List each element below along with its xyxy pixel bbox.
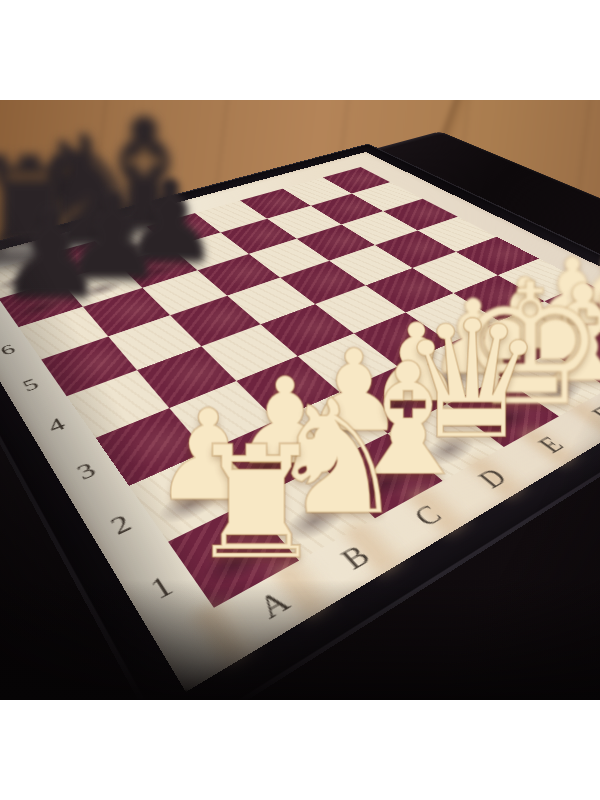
piece-black-pawn-a7: ♟ [0,194,105,316]
letterbox-top [0,0,600,100]
photo-canvas: ♜♞♝♟♟♟♟♟♟♟♟♟♟♟♜♞♝♛♚♝♞♜ ABCDEFGH12345678 [0,0,600,800]
letterbox-bottom [0,700,600,800]
chess-board: ♜♞♝♟♟♟♟♟♟♟♟♟♟♟♜♞♝♛♚♝♞♜ ABCDEFGH12345678 [0,144,600,700]
photo-area: ♜♞♝♟♟♟♟♟♟♟♟♟♟♟♜♞♝♛♚♝♞♜ ABCDEFGH12345678 [0,100,600,700]
piece-white-rook-a1: ♜ [187,426,326,581]
scene: ♜♞♝♟♟♟♟♟♟♟♟♟♟♟♜♞♝♛♚♝♞♜ ABCDEFGH12345678 [0,100,600,700]
